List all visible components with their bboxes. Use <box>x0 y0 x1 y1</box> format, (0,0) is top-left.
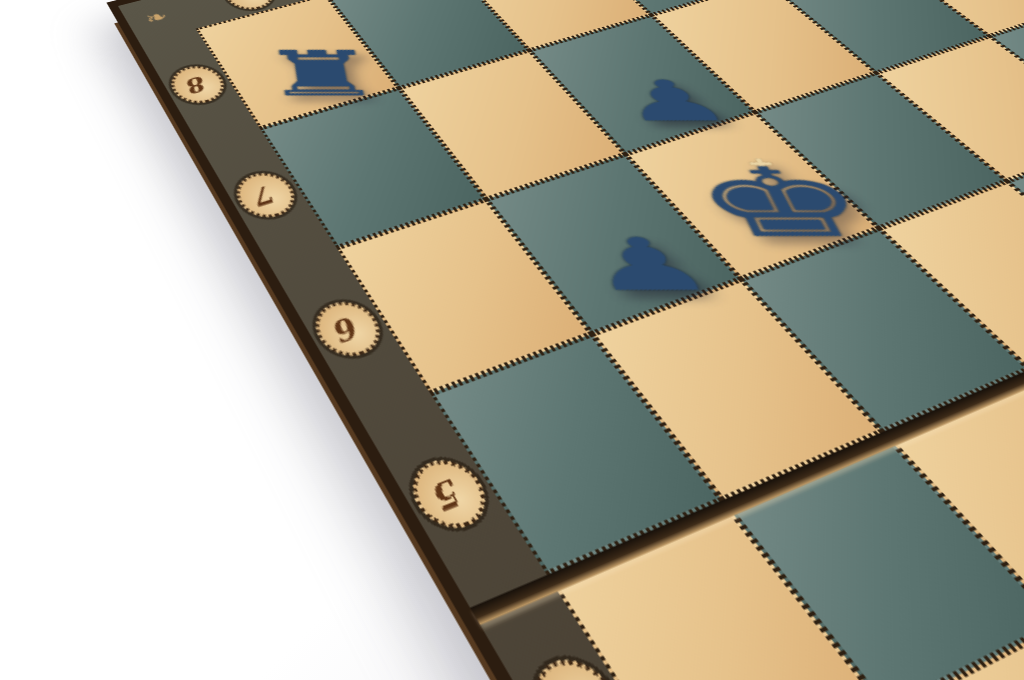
board-scene: ❧abcdefgh8♜7♟6♟✚♚54♝3♟♞2♟1 <box>118 0 1024 680</box>
chess-board: ❧abcdefgh8♜7♟6♟✚♚54♝3♟♞2♟1 <box>118 0 1024 680</box>
photo-frame: ❧abcdefgh8♜7♟6♟✚♚54♝3♟♞2♟1 <box>0 0 1024 680</box>
